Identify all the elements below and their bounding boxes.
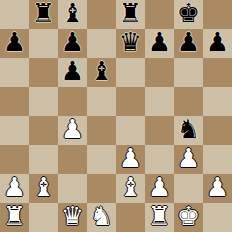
square-h3[interactable]: [203, 145, 232, 174]
square-a1[interactable]: ♜: [0, 203, 29, 232]
square-g8[interactable]: ♚: [174, 0, 203, 29]
square-d1[interactable]: ♞: [87, 203, 116, 232]
square-e7[interactable]: ♛: [116, 29, 145, 58]
piece-white-pawn[interactable]: ♟: [148, 173, 171, 202]
square-c1[interactable]: ♛: [58, 203, 87, 232]
square-a3[interactable]: [0, 145, 29, 174]
piece-white-bishop[interactable]: ♝: [119, 173, 142, 202]
piece-black-bishop[interactable]: ♝: [61, 0, 84, 28]
square-b5[interactable]: [29, 87, 58, 116]
square-c3[interactable]: [58, 145, 87, 174]
chess-board: ♜♝♜♚♟♟♛♟♟♟♟♝♟♞♟♟♟♝♝♟♟♜♛♞♜♚: [0, 0, 232, 232]
piece-white-pawn[interactable]: ♟: [177, 144, 200, 173]
square-e1[interactable]: [116, 203, 145, 232]
square-d2[interactable]: [87, 174, 116, 203]
square-a4[interactable]: [0, 116, 29, 145]
square-b2[interactable]: ♝: [29, 174, 58, 203]
square-e2[interactable]: ♝: [116, 174, 145, 203]
piece-white-rook[interactable]: ♜: [148, 202, 171, 231]
square-h2[interactable]: ♟: [203, 174, 232, 203]
piece-white-pawn[interactable]: ♟: [61, 115, 84, 144]
piece-white-queen[interactable]: ♛: [61, 202, 84, 231]
piece-black-pawn[interactable]: ♟: [61, 28, 84, 57]
square-c6[interactable]: ♟: [58, 58, 87, 87]
piece-white-rook[interactable]: ♜: [3, 202, 26, 231]
square-h5[interactable]: [203, 87, 232, 116]
square-b1[interactable]: [29, 203, 58, 232]
square-e3[interactable]: ♟: [116, 145, 145, 174]
square-h4[interactable]: [203, 116, 232, 145]
piece-black-queen[interactable]: ♛: [119, 28, 142, 57]
square-f7[interactable]: ♟: [145, 29, 174, 58]
square-d4[interactable]: [87, 116, 116, 145]
square-e4[interactable]: [116, 116, 145, 145]
square-d6[interactable]: ♝: [87, 58, 116, 87]
square-f8[interactable]: [145, 0, 174, 29]
square-g4[interactable]: ♞: [174, 116, 203, 145]
square-b7[interactable]: [29, 29, 58, 58]
piece-black-bishop[interactable]: ♝: [90, 57, 113, 86]
square-a5[interactable]: [0, 87, 29, 116]
piece-black-pawn[interactable]: ♟: [61, 57, 84, 86]
square-f5[interactable]: [145, 87, 174, 116]
square-d5[interactable]: [87, 87, 116, 116]
piece-black-knight[interactable]: ♞: [177, 115, 200, 144]
square-h6[interactable]: [203, 58, 232, 87]
square-a6[interactable]: [0, 58, 29, 87]
square-c5[interactable]: [58, 87, 87, 116]
piece-black-rook[interactable]: ♜: [119, 0, 142, 28]
square-f4[interactable]: [145, 116, 174, 145]
piece-white-bishop[interactable]: ♝: [32, 173, 55, 202]
square-b3[interactable]: [29, 145, 58, 174]
piece-white-king[interactable]: ♚: [177, 202, 200, 231]
piece-black-pawn[interactable]: ♟: [148, 28, 171, 57]
chess-board-container: ♜♝♜♚♟♟♛♟♟♟♟♝♟♞♟♟♟♝♝♟♟♜♛♞♜♚: [0, 0, 232, 232]
square-d8[interactable]: [87, 0, 116, 29]
piece-white-pawn[interactable]: ♟: [119, 144, 142, 173]
square-c8[interactable]: ♝: [58, 0, 87, 29]
square-f6[interactable]: [145, 58, 174, 87]
square-b8[interactable]: ♜: [29, 0, 58, 29]
square-h8[interactable]: [203, 0, 232, 29]
square-e8[interactable]: ♜: [116, 0, 145, 29]
piece-white-knight[interactable]: ♞: [90, 202, 113, 231]
square-g7[interactable]: ♟: [174, 29, 203, 58]
square-c4[interactable]: ♟: [58, 116, 87, 145]
square-d3[interactable]: [87, 145, 116, 174]
square-g2[interactable]: [174, 174, 203, 203]
square-h1[interactable]: [203, 203, 232, 232]
piece-white-pawn[interactable]: ♟: [206, 173, 229, 202]
square-e6[interactable]: [116, 58, 145, 87]
square-a8[interactable]: [0, 0, 29, 29]
square-d7[interactable]: [87, 29, 116, 58]
square-h7[interactable]: ♟: [203, 29, 232, 58]
square-g5[interactable]: [174, 87, 203, 116]
square-c2[interactable]: [58, 174, 87, 203]
square-g1[interactable]: ♚: [174, 203, 203, 232]
square-f3[interactable]: [145, 145, 174, 174]
square-b4[interactable]: [29, 116, 58, 145]
piece-black-pawn[interactable]: ♟: [177, 28, 200, 57]
square-g3[interactable]: ♟: [174, 145, 203, 174]
square-g6[interactable]: [174, 58, 203, 87]
square-b6[interactable]: [29, 58, 58, 87]
square-c7[interactable]: ♟: [58, 29, 87, 58]
square-e5[interactable]: [116, 87, 145, 116]
piece-black-king[interactable]: ♚: [177, 0, 200, 28]
piece-black-pawn[interactable]: ♟: [206, 28, 229, 57]
square-f1[interactable]: ♜: [145, 203, 174, 232]
piece-black-rook[interactable]: ♜: [32, 0, 55, 28]
piece-white-pawn[interactable]: ♟: [3, 173, 26, 202]
square-a2[interactable]: ♟: [0, 174, 29, 203]
square-f2[interactable]: ♟: [145, 174, 174, 203]
piece-black-pawn[interactable]: ♟: [3, 28, 26, 57]
square-a7[interactable]: ♟: [0, 29, 29, 58]
